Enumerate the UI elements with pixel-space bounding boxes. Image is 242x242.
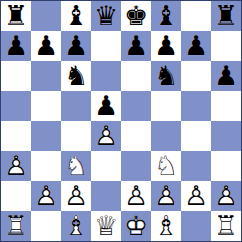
white-pawn: ♟♙ xyxy=(211,181,241,211)
square-c5[interactable] xyxy=(61,91,91,121)
square-a8[interactable]: ♜ xyxy=(1,1,31,31)
black-knight: ♞ xyxy=(151,61,181,91)
square-a1[interactable]: ♜♖ xyxy=(1,211,31,241)
black-pawn: ♟ xyxy=(121,31,151,61)
square-e4[interactable] xyxy=(121,121,151,151)
white-pawn: ♟♙ xyxy=(31,181,61,211)
square-b4[interactable] xyxy=(31,121,61,151)
square-f6[interactable]: ♞ xyxy=(151,61,181,91)
square-b7[interactable]: ♟ xyxy=(31,31,61,61)
square-c3[interactable]: ♞♘ xyxy=(61,151,91,181)
square-h3[interactable] xyxy=(211,151,241,181)
black-queen: ♛ xyxy=(91,1,121,31)
square-e1[interactable]: ♚♔ xyxy=(121,211,151,241)
black-pawn: ♟ xyxy=(91,91,121,121)
square-b8[interactable] xyxy=(31,1,61,31)
square-a4[interactable] xyxy=(1,121,31,151)
square-d1[interactable]: ♛♕ xyxy=(91,211,121,241)
square-d6[interactable] xyxy=(91,61,121,91)
square-c7[interactable]: ♟ xyxy=(61,31,91,61)
square-h5[interactable] xyxy=(211,91,241,121)
square-a6[interactable] xyxy=(1,61,31,91)
square-g5[interactable] xyxy=(181,91,211,121)
square-a7[interactable]: ♟ xyxy=(1,31,31,61)
square-f5[interactable] xyxy=(151,91,181,121)
square-b5[interactable] xyxy=(31,91,61,121)
square-h6[interactable]: ♟ xyxy=(211,61,241,91)
black-bishop: ♝ xyxy=(151,1,181,31)
square-d7[interactable] xyxy=(91,31,121,61)
black-king: ♚ xyxy=(121,1,151,31)
square-e8[interactable]: ♚ xyxy=(121,1,151,31)
square-e6[interactable] xyxy=(121,61,151,91)
square-g3[interactable] xyxy=(181,151,211,181)
square-f4[interactable] xyxy=(151,121,181,151)
square-g8[interactable] xyxy=(181,1,211,31)
white-king: ♚♔ xyxy=(121,211,151,241)
square-g2[interactable]: ♟♙ xyxy=(181,181,211,211)
white-knight: ♞♘ xyxy=(151,151,181,181)
white-bishop: ♝♗ xyxy=(151,211,181,241)
square-g6[interactable] xyxy=(181,61,211,91)
black-pawn: ♟ xyxy=(151,31,181,61)
square-c2[interactable]: ♟♙ xyxy=(61,181,91,211)
square-d8[interactable]: ♛ xyxy=(91,1,121,31)
black-pawn: ♟ xyxy=(31,31,61,61)
square-h1[interactable]: ♜♖ xyxy=(211,211,241,241)
square-h7[interactable] xyxy=(211,31,241,61)
black-rook: ♜ xyxy=(211,1,241,31)
white-rook: ♜♖ xyxy=(211,211,241,241)
square-b1[interactable] xyxy=(31,211,61,241)
black-pawn: ♟ xyxy=(61,31,91,61)
black-knight: ♞ xyxy=(61,61,91,91)
square-e7[interactable]: ♟ xyxy=(121,31,151,61)
square-a3[interactable]: ♟♙ xyxy=(1,151,31,181)
white-pawn: ♟♙ xyxy=(121,181,151,211)
square-e5[interactable] xyxy=(121,91,151,121)
black-pawn: ♟ xyxy=(211,61,241,91)
black-pawn: ♟ xyxy=(181,31,211,61)
square-f1[interactable]: ♝♗ xyxy=(151,211,181,241)
square-g4[interactable] xyxy=(181,121,211,151)
square-d5[interactable]: ♟ xyxy=(91,91,121,121)
square-c1[interactable]: ♝♗ xyxy=(61,211,91,241)
black-bishop: ♝ xyxy=(61,1,91,31)
square-e2[interactable]: ♟♙ xyxy=(121,181,151,211)
black-pawn: ♟ xyxy=(1,31,31,61)
square-g7[interactable]: ♟ xyxy=(181,31,211,61)
square-b6[interactable] xyxy=(31,61,61,91)
white-bishop: ♝♗ xyxy=(61,211,91,241)
square-c8[interactable]: ♝ xyxy=(61,1,91,31)
square-d3[interactable] xyxy=(91,151,121,181)
square-f7[interactable]: ♟ xyxy=(151,31,181,61)
black-rook: ♜ xyxy=(1,1,31,31)
square-a5[interactable] xyxy=(1,91,31,121)
square-f3[interactable]: ♞♘ xyxy=(151,151,181,181)
square-d4[interactable]: ♟♙ xyxy=(91,121,121,151)
white-pawn: ♟♙ xyxy=(151,181,181,211)
white-knight: ♞♘ xyxy=(61,151,91,181)
square-f8[interactable]: ♝ xyxy=(151,1,181,31)
white-pawn: ♟♙ xyxy=(61,181,91,211)
white-rook: ♜♖ xyxy=(1,211,31,241)
white-pawn: ♟♙ xyxy=(1,151,31,181)
square-h8[interactable]: ♜ xyxy=(211,1,241,31)
square-g1[interactable] xyxy=(181,211,211,241)
square-d2[interactable] xyxy=(91,181,121,211)
square-e3[interactable] xyxy=(121,151,151,181)
square-c6[interactable]: ♞ xyxy=(61,61,91,91)
square-a2[interactable] xyxy=(1,181,31,211)
square-b2[interactable]: ♟♙ xyxy=(31,181,61,211)
square-b3[interactable] xyxy=(31,151,61,181)
square-h4[interactable] xyxy=(211,121,241,151)
white-pawn: ♟♙ xyxy=(91,121,121,151)
square-f2[interactable]: ♟♙ xyxy=(151,181,181,211)
white-pawn: ♟♙ xyxy=(181,181,211,211)
chess-board: ♜♝♛♚♝♜♟♟♟♟♟♟♞♞♟♟♟♙♟♙♞♘♞♘♟♙♟♙♟♙♟♙♟♙♟♙♜♖♝♗… xyxy=(0,0,242,242)
white-queen: ♛♕ xyxy=(91,211,121,241)
square-h2[interactable]: ♟♙ xyxy=(211,181,241,211)
square-c4[interactable] xyxy=(61,121,91,151)
